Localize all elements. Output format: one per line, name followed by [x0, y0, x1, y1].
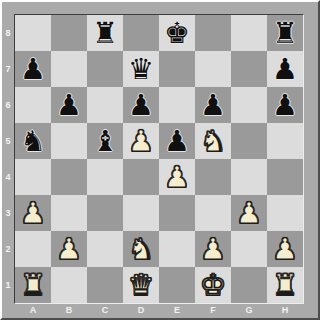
- square-h2[interactable]: ♟: [267, 231, 303, 267]
- square-d7[interactable]: ♛: [123, 51, 159, 87]
- square-c5[interactable]: ♝: [87, 123, 123, 159]
- square-f7[interactable]: [195, 51, 231, 87]
- rank-label-5: 5: [3, 123, 13, 159]
- square-g3[interactable]: ♟: [231, 195, 267, 231]
- square-e6[interactable]: [159, 87, 195, 123]
- square-b1[interactable]: [51, 267, 87, 303]
- square-c4[interactable]: [87, 159, 123, 195]
- rank-label-2: 2: [3, 231, 13, 267]
- square-a2[interactable]: [15, 231, 51, 267]
- square-h7[interactable]: ♟: [267, 51, 303, 87]
- square-e3[interactable]: [159, 195, 195, 231]
- piece-black-pawn: ♟: [200, 87, 226, 123]
- square-g4[interactable]: [231, 159, 267, 195]
- file-label-c: C: [87, 304, 123, 317]
- square-b8[interactable]: [51, 15, 87, 51]
- piece-white-pawn: ♟: [20, 195, 46, 231]
- piece-white-pawn: ♟: [164, 159, 190, 195]
- square-e1[interactable]: [159, 267, 195, 303]
- square-a7[interactable]: ♟: [15, 51, 51, 87]
- square-h5[interactable]: [267, 123, 303, 159]
- file-label-h: H: [267, 304, 303, 317]
- piece-white-queen: ♛: [128, 267, 154, 303]
- square-b3[interactable]: [51, 195, 87, 231]
- piece-black-pawn: ♟: [56, 87, 82, 123]
- square-d5[interactable]: ♟: [123, 123, 159, 159]
- square-h6[interactable]: ♟: [267, 87, 303, 123]
- square-a8[interactable]: [15, 15, 51, 51]
- square-h1[interactable]: ♜: [267, 267, 303, 303]
- square-f1[interactable]: ♚: [195, 267, 231, 303]
- square-g5[interactable]: [231, 123, 267, 159]
- piece-black-pawn: ♟: [272, 51, 298, 87]
- file-label-a: A: [15, 304, 51, 317]
- rank-label-7: 7: [3, 51, 13, 87]
- file-label-e: E: [159, 304, 195, 317]
- square-f8[interactable]: [195, 15, 231, 51]
- rank-label-4: 4: [3, 159, 13, 195]
- square-c8[interactable]: ♜: [87, 15, 123, 51]
- square-g7[interactable]: [231, 51, 267, 87]
- square-g8[interactable]: [231, 15, 267, 51]
- square-b2[interactable]: ♟: [51, 231, 87, 267]
- square-e5[interactable]: ♟: [159, 123, 195, 159]
- piece-black-pawn: ♟: [128, 87, 154, 123]
- square-c7[interactable]: [87, 51, 123, 87]
- piece-white-pawn: ♟: [56, 231, 82, 267]
- square-a4[interactable]: [15, 159, 51, 195]
- square-a6[interactable]: [15, 87, 51, 123]
- square-h4[interactable]: [267, 159, 303, 195]
- square-a5[interactable]: ♞: [15, 123, 51, 159]
- square-d2[interactable]: ♞: [123, 231, 159, 267]
- piece-black-pawn: ♟: [20, 51, 46, 87]
- square-c2[interactable]: [87, 231, 123, 267]
- square-d1[interactable]: ♛: [123, 267, 159, 303]
- square-a1[interactable]: ♜: [15, 267, 51, 303]
- square-f6[interactable]: ♟: [195, 87, 231, 123]
- piece-white-pawn: ♟: [128, 123, 154, 159]
- rank-label-6: 6: [3, 87, 13, 123]
- square-f5[interactable]: ♞: [195, 123, 231, 159]
- square-g6[interactable]: [231, 87, 267, 123]
- square-b7[interactable]: [51, 51, 87, 87]
- piece-black-queen: ♛: [128, 51, 154, 87]
- square-f3[interactable]: [195, 195, 231, 231]
- rank-label-8: 8: [3, 15, 13, 51]
- piece-black-bishop: ♝: [92, 123, 118, 159]
- square-d3[interactable]: [123, 195, 159, 231]
- square-h8[interactable]: ♜: [267, 15, 303, 51]
- square-b6[interactable]: ♟: [51, 87, 87, 123]
- piece-white-pawn: ♟: [272, 231, 298, 267]
- file-label-g: G: [231, 304, 267, 317]
- square-d8[interactable]: [123, 15, 159, 51]
- piece-black-rook: ♜: [92, 15, 118, 51]
- square-f2[interactable]: ♟: [195, 231, 231, 267]
- square-b4[interactable]: [51, 159, 87, 195]
- piece-white-pawn: ♟: [236, 195, 262, 231]
- square-d4[interactable]: [123, 159, 159, 195]
- board-frame: ♜♚♜♟♛♟♟♟♟♟♞♝♟♟♞♟♟♟♟♞♟♟♜♛♚♜ 87654321 ABCD…: [0, 0, 320, 320]
- square-a3[interactable]: ♟: [15, 195, 51, 231]
- piece-white-pawn: ♟: [200, 231, 226, 267]
- square-e4[interactable]: ♟: [159, 159, 195, 195]
- square-e2[interactable]: [159, 231, 195, 267]
- rank-label-3: 3: [3, 195, 13, 231]
- square-b5[interactable]: [51, 123, 87, 159]
- file-label-f: F: [195, 304, 231, 317]
- square-c1[interactable]: [87, 267, 123, 303]
- piece-white-rook: ♜: [272, 267, 298, 303]
- square-h3[interactable]: [267, 195, 303, 231]
- file-label-d: D: [123, 304, 159, 317]
- piece-white-knight: ♞: [128, 231, 154, 267]
- piece-white-rook: ♜: [20, 267, 46, 303]
- square-c6[interactable]: [87, 87, 123, 123]
- piece-black-pawn: ♟: [164, 123, 190, 159]
- square-g2[interactable]: [231, 231, 267, 267]
- file-label-b: B: [51, 304, 87, 317]
- rank-label-1: 1: [3, 267, 13, 303]
- piece-black-king: ♚: [164, 15, 190, 51]
- piece-white-knight: ♞: [200, 123, 226, 159]
- square-e7[interactable]: [159, 51, 195, 87]
- piece-black-knight: ♞: [20, 123, 46, 159]
- piece-black-rook: ♜: [272, 15, 298, 51]
- piece-black-pawn: ♟: [272, 87, 298, 123]
- square-g1[interactable]: [231, 267, 267, 303]
- board: ♜♚♜♟♛♟♟♟♟♟♞♝♟♟♞♟♟♟♟♞♟♟♜♛♚♜: [14, 14, 304, 304]
- square-c3[interactable]: [87, 195, 123, 231]
- square-e8[interactable]: ♚: [159, 15, 195, 51]
- piece-white-king: ♚: [200, 267, 226, 303]
- square-d6[interactable]: ♟: [123, 87, 159, 123]
- square-f4[interactable]: [195, 159, 231, 195]
